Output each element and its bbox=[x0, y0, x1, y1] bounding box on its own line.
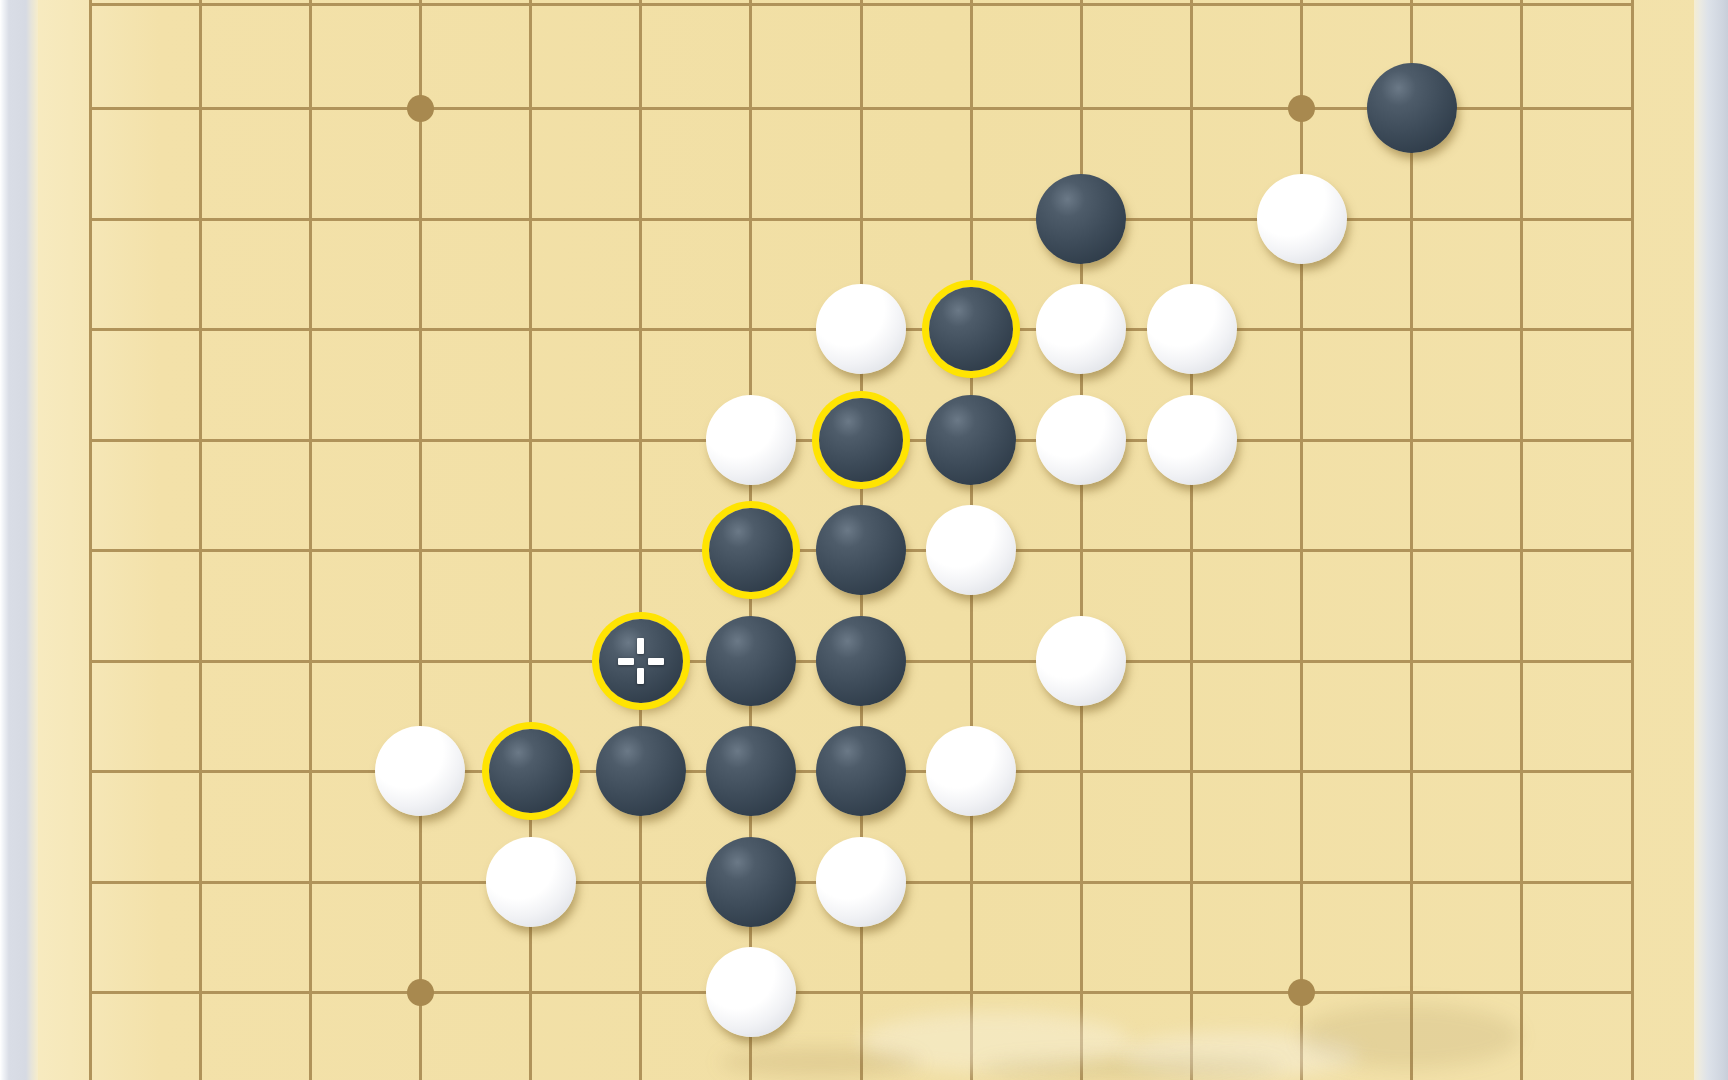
stone-layer bbox=[0, 0, 1728, 1080]
white-stone bbox=[1147, 395, 1237, 485]
black-stone bbox=[1036, 174, 1126, 264]
black-stone bbox=[1367, 63, 1457, 153]
black-stone-highlighted bbox=[599, 619, 683, 703]
white-stone bbox=[1147, 284, 1237, 374]
white-stone bbox=[816, 837, 906, 927]
black-stone-highlighted bbox=[819, 398, 903, 482]
crosshair-cursor-icon bbox=[618, 638, 664, 684]
white-stone bbox=[486, 837, 576, 927]
crosshair-bar bbox=[637, 668, 644, 684]
crosshair-bar bbox=[648, 658, 664, 665]
white-stone bbox=[1036, 284, 1126, 374]
gomoku-app-screen bbox=[0, 0, 1728, 1080]
white-stone bbox=[375, 726, 465, 816]
goban-board[interactable] bbox=[0, 0, 1728, 1080]
black-stone bbox=[706, 616, 796, 706]
white-stone bbox=[816, 284, 906, 374]
white-stone bbox=[1036, 616, 1126, 706]
black-stone bbox=[926, 395, 1016, 485]
black-stone-highlighted bbox=[709, 508, 793, 592]
black-stone bbox=[816, 726, 906, 816]
black-stone bbox=[706, 726, 796, 816]
window-edge-right bbox=[1694, 0, 1728, 1080]
window-edge-left bbox=[0, 0, 38, 1080]
white-stone bbox=[926, 505, 1016, 595]
black-stone bbox=[816, 505, 906, 595]
black-stone bbox=[706, 837, 796, 927]
white-stone bbox=[1257, 174, 1347, 264]
black-stone-highlighted bbox=[489, 729, 573, 813]
black-stone bbox=[816, 616, 906, 706]
black-stone bbox=[596, 726, 686, 816]
white-stone bbox=[1036, 395, 1126, 485]
white-stone bbox=[706, 947, 796, 1037]
crosshair-bar bbox=[618, 658, 634, 665]
white-stone bbox=[706, 395, 796, 485]
black-stone-highlighted bbox=[929, 287, 1013, 371]
crosshair-bar bbox=[637, 638, 644, 654]
white-stone bbox=[926, 726, 1016, 816]
